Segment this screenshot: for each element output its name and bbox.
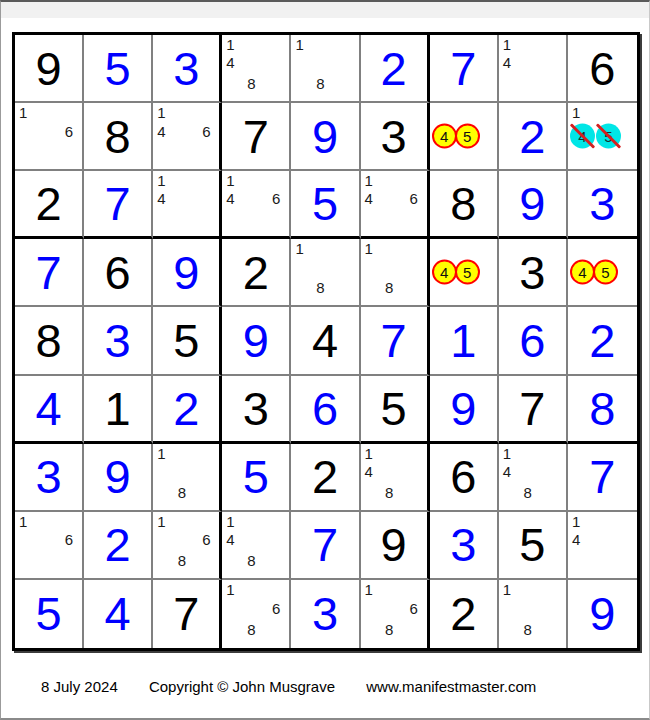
- cell-r4c6[interactable]: 18: [361, 239, 430, 307]
- pencil-mark-6: 6: [272, 191, 280, 206]
- cell-r7c2[interactable]: 9: [84, 444, 153, 512]
- cell-r1c5[interactable]: 18: [291, 35, 360, 103]
- cell-r5c6[interactable]: 7: [361, 307, 430, 375]
- pencil-mark-6: 6: [65, 532, 73, 547]
- cell-r8c4[interactable]: 148: [222, 512, 291, 580]
- solved-digit: 3: [84, 307, 151, 373]
- cell-r9c8[interactable]: 18: [499, 580, 568, 648]
- pencil-mark-8: 8: [524, 485, 532, 500]
- pencil-mark-1: 1: [19, 514, 27, 529]
- cell-r3c5[interactable]: 5: [291, 171, 360, 239]
- cell-r8c6[interactable]: 9: [361, 512, 430, 580]
- solved-digit: 8: [568, 376, 637, 441]
- pencil-mark-8: 8: [385, 622, 393, 637]
- solved-digit: 2: [361, 35, 427, 101]
- solved-digit: 9: [499, 171, 566, 236]
- cell-r4c4[interactable]: 2: [222, 239, 291, 307]
- given-digit: 7: [153, 580, 219, 648]
- pencil-mark-1: 1: [365, 446, 373, 461]
- cell-r6c9[interactable]: 8: [568, 376, 637, 444]
- cell-r1c7[interactable]: 7: [430, 35, 499, 103]
- solved-digit: 7: [361, 307, 427, 373]
- cell-r3c9[interactable]: 3: [568, 171, 637, 239]
- cell-r2c2[interactable]: 8: [84, 103, 153, 171]
- cell-r9c4[interactable]: 168: [222, 580, 291, 648]
- pencil-mark-8: 8: [385, 485, 393, 500]
- cell-r3c6[interactable]: 146: [361, 171, 430, 239]
- cell-r3c7[interactable]: 8: [430, 171, 499, 239]
- cell-r8c8[interactable]: 5: [499, 512, 568, 580]
- solved-digit: 2: [568, 307, 637, 373]
- given-digit: 1: [84, 376, 151, 441]
- cell-r6c1[interactable]: 4: [15, 376, 84, 444]
- cell-r6c6[interactable]: 5: [361, 376, 430, 444]
- cell-r8c1[interactable]: 16: [15, 512, 84, 580]
- pencil-mark-8: 8: [178, 485, 186, 500]
- given-digit: 8: [430, 171, 497, 236]
- pencil-mark-6: 6: [409, 191, 417, 206]
- pencil-mark-1: 1: [157, 105, 165, 120]
- strike-slash-icon: [596, 123, 621, 148]
- given-digit: 3: [222, 376, 289, 441]
- pencil-mark-1: 1: [572, 514, 580, 529]
- solved-digit: 9: [222, 307, 289, 373]
- pencil-mark-1: 1: [503, 582, 511, 597]
- pencil-mark-1: 1: [365, 173, 373, 188]
- pencil-mark-8: 8: [247, 622, 255, 637]
- cell-r7c5[interactable]: 2: [291, 444, 360, 512]
- given-digit: 7: [222, 103, 289, 169]
- given-digit: 4: [291, 307, 358, 373]
- given-digit: 2: [222, 239, 289, 305]
- cell-r4c9[interactable]: 45: [568, 239, 637, 307]
- pencil-mark-1: 1: [365, 241, 373, 256]
- cell-r9c5[interactable]: 3: [291, 580, 360, 648]
- given-digit: 3: [499, 239, 566, 305]
- solved-digit: 3: [291, 580, 358, 648]
- given-digit: 5: [361, 376, 427, 441]
- pencil-mark-8: 8: [385, 280, 393, 295]
- cell-r1c6[interactable]: 2: [361, 35, 430, 103]
- cell-r8c2[interactable]: 2: [84, 512, 153, 580]
- highlighted-candidates: 45: [432, 260, 478, 285]
- given-digit: 3: [361, 103, 427, 169]
- cell-r6c2[interactable]: 1: [84, 376, 153, 444]
- pencil-mark-8: 8: [178, 553, 186, 568]
- pencil-mark-1: 1: [19, 105, 27, 120]
- cell-r1c8[interactable]: 14: [499, 35, 568, 103]
- pencil-mark-4: 4: [157, 191, 165, 206]
- cell-r3c3[interactable]: 14: [153, 171, 222, 239]
- solved-digit: 9: [84, 444, 151, 510]
- pencil-mark-1: 1: [226, 514, 234, 529]
- footer-copyright: Copyright © John Musgrave: [149, 678, 335, 695]
- pencil-mark-6: 6: [272, 601, 280, 616]
- solved-digit: 5: [15, 580, 82, 648]
- cell-r7c8[interactable]: 148: [499, 444, 568, 512]
- given-digit: 7: [499, 376, 566, 441]
- solved-digit: 5: [84, 35, 151, 101]
- cell-r4c1[interactable]: 7: [15, 239, 84, 307]
- solved-digit: 9: [430, 376, 497, 441]
- pencil-mark-6: 6: [202, 124, 210, 139]
- given-digit: 6: [430, 444, 497, 510]
- pencil-mark-1: 1: [157, 514, 165, 529]
- cell-r6c5[interactable]: 6: [291, 376, 360, 444]
- cell-r9c7[interactable]: 2: [430, 580, 499, 648]
- cell-r3c4[interactable]: 146: [222, 171, 291, 239]
- cell-r9c2[interactable]: 4: [84, 580, 153, 648]
- cell-r2c1[interactable]: 16: [15, 103, 84, 171]
- cell-r1c9[interactable]: 6: [568, 35, 637, 103]
- pencil-mark-1: 1: [157, 173, 165, 188]
- pencil-mark-1: 1: [226, 37, 234, 52]
- pencil-mark-4: 4: [503, 55, 511, 70]
- cell-r3c2[interactable]: 7: [84, 171, 153, 239]
- solved-digit: 5: [222, 444, 289, 510]
- pencil-mark-1: 1: [157, 446, 165, 461]
- pencil-mark-1: 1: [295, 37, 303, 52]
- solved-digit: 7: [568, 444, 637, 510]
- cell-r9c3[interactable]: 7: [153, 580, 222, 648]
- given-digit: 2: [430, 580, 497, 648]
- cell-r5c1[interactable]: 8: [15, 307, 84, 375]
- solved-digit: 9: [291, 103, 358, 169]
- cell-r4c5[interactable]: 18: [291, 239, 360, 307]
- highlighted-candidates: 45: [570, 260, 616, 285]
- candidate-4-circled[interactable]: 4: [432, 124, 457, 149]
- cell-r2c3[interactable]: 146: [153, 103, 222, 171]
- highlighted-candidates: 45: [432, 124, 478, 149]
- cell-r6c7[interactable]: 9: [430, 376, 499, 444]
- solved-digit: 1: [430, 307, 497, 373]
- solved-digit: 7: [291, 512, 358, 578]
- candidate-5-circled[interactable]: 5: [455, 124, 480, 149]
- solved-digit: 7: [15, 239, 82, 305]
- solved-digit: 9: [153, 239, 219, 305]
- solved-digit: 4: [84, 580, 151, 648]
- cell-r9c1[interactable]: 5: [15, 580, 84, 648]
- pencil-mark-4: 4: [365, 464, 373, 479]
- pencil-mark-1: 1: [572, 105, 580, 120]
- cell-r1c3[interactable]: 3: [153, 35, 222, 103]
- pencil-mark-4: 4: [226, 191, 234, 206]
- cell-r2c8[interactable]: 2: [499, 103, 568, 171]
- cell-r8c3[interactable]: 168: [153, 512, 222, 580]
- cell-r3c8[interactable]: 9: [499, 171, 568, 239]
- solved-digit: 3: [568, 171, 637, 236]
- pencil-mark-8: 8: [316, 280, 324, 295]
- strike-slash-icon: [570, 123, 595, 148]
- given-digit: 6: [84, 239, 151, 305]
- cell-r5c9[interactable]: 2: [568, 307, 637, 375]
- given-digit: 5: [499, 512, 566, 578]
- solved-digit: 3: [15, 444, 82, 510]
- pencil-mark-6: 6: [409, 601, 417, 616]
- cell-r2c4[interactable]: 7: [222, 103, 291, 171]
- candidate-5-circled[interactable]: 5: [455, 260, 480, 285]
- solved-digit: 7: [430, 35, 497, 101]
- cell-r8c7[interactable]: 3: [430, 512, 499, 580]
- cell-r5c3[interactable]: 5: [153, 307, 222, 375]
- given-digit: 6: [568, 35, 637, 101]
- cell-r8c5[interactable]: 7: [291, 512, 360, 580]
- solved-digit: 6: [291, 376, 358, 441]
- pencil-mark-8: 8: [247, 76, 255, 91]
- pencil-mark-4: 4: [572, 532, 580, 547]
- pencil-mark-1: 1: [503, 446, 511, 461]
- candidate-5-circled[interactable]: 5: [593, 260, 618, 285]
- solved-digit: 6: [499, 307, 566, 373]
- pencil-mark-1: 1: [226, 173, 234, 188]
- solved-digit: 2: [153, 376, 219, 441]
- pencil-mark-4: 4: [226, 55, 234, 70]
- solved-digit: 7: [84, 171, 151, 236]
- given-digit: 2: [291, 444, 358, 510]
- pencil-mark-8: 8: [247, 553, 255, 568]
- cell-r5c4[interactable]: 9: [222, 307, 291, 375]
- footer: 8 July 2024 Copyright © John Musgrave ww…: [41, 678, 536, 695]
- pencil-mark-4: 4: [157, 124, 165, 139]
- given-digit: 2: [15, 171, 82, 236]
- cell-r1c4[interactable]: 148: [222, 35, 291, 103]
- given-digit: 5: [153, 307, 219, 373]
- cell-r5c2[interactable]: 3: [84, 307, 153, 375]
- page-frame: 9531481827146168146793452145271414651468…: [0, 0, 650, 720]
- cell-r8c9[interactable]: 14: [568, 512, 637, 580]
- cell-r3c1[interactable]: 2: [15, 171, 84, 239]
- given-digit: 8: [84, 103, 151, 169]
- given-digit: 9: [361, 512, 427, 578]
- candidate-5-struck[interactable]: 5: [596, 124, 621, 149]
- solved-digit: 3: [430, 512, 497, 578]
- cell-r2c6[interactable]: 3: [361, 103, 430, 171]
- pencil-mark-4: 4: [365, 191, 373, 206]
- candidate-4-struck[interactable]: 4: [570, 124, 595, 149]
- solved-digit: 3: [153, 35, 219, 101]
- cell-r5c7[interactable]: 1: [430, 307, 499, 375]
- footer-date: 8 July 2024: [41, 678, 118, 695]
- cell-r4c2[interactable]: 6: [84, 239, 153, 307]
- cell-r4c8[interactable]: 3: [499, 239, 568, 307]
- cell-r7c7[interactable]: 6: [430, 444, 499, 512]
- cell-r7c1[interactable]: 3: [15, 444, 84, 512]
- given-digit: 8: [15, 307, 82, 373]
- cell-r7c4[interactable]: 5: [222, 444, 291, 512]
- pencil-mark-1: 1: [295, 241, 303, 256]
- cell-r4c3[interactable]: 9: [153, 239, 222, 307]
- solved-digit: 9: [568, 580, 637, 648]
- given-digit: 9: [15, 35, 82, 101]
- footer-website-link[interactable]: www.manifestmaster.com: [366, 678, 536, 695]
- cell-r1c1[interactable]: 9: [15, 35, 84, 103]
- cell-r2c7[interactable]: 45: [430, 103, 499, 171]
- pencil-mark-6: 6: [65, 124, 73, 139]
- window-top-strip: [1, 2, 649, 18]
- solved-digit: 2: [84, 512, 151, 578]
- cell-r6c4[interactable]: 3: [222, 376, 291, 444]
- pencil-mark-8: 8: [524, 622, 532, 637]
- cell-r2c5[interactable]: 9: [291, 103, 360, 171]
- cell-r6c8[interactable]: 7: [499, 376, 568, 444]
- candidate-4-circled[interactable]: 4: [570, 260, 595, 285]
- pencil-mark-6: 6: [202, 532, 210, 547]
- cell-r7c3[interactable]: 18: [153, 444, 222, 512]
- solved-digit: 2: [499, 103, 566, 169]
- sudoku-board[interactable]: 9531481827146168146793452145271414651468…: [12, 32, 640, 651]
- cell-r2c9[interactable]: 145: [568, 103, 637, 171]
- pencil-mark-4: 4: [226, 532, 234, 547]
- solved-digit: 5: [291, 171, 358, 236]
- cell-r9c6[interactable]: 168: [361, 580, 430, 648]
- solved-digit: 4: [15, 376, 82, 441]
- eliminated-candidates: 45: [570, 124, 622, 149]
- cell-r4c7[interactable]: 45: [430, 239, 499, 307]
- pencil-mark-4: 4: [503, 464, 511, 479]
- cell-r5c5[interactable]: 4: [291, 307, 360, 375]
- candidate-4-circled[interactable]: 4: [432, 260, 457, 285]
- pencil-mark-1: 1: [365, 582, 373, 597]
- pencil-mark-1: 1: [503, 37, 511, 52]
- cell-r7c9[interactable]: 7: [568, 444, 637, 512]
- pencil-mark-1: 1: [226, 582, 234, 597]
- cell-r1c2[interactable]: 5: [84, 35, 153, 103]
- cell-r9c9[interactable]: 9: [568, 580, 637, 648]
- cell-r5c8[interactable]: 6: [499, 307, 568, 375]
- cell-r6c3[interactable]: 2: [153, 376, 222, 444]
- pencil-mark-8: 8: [316, 76, 324, 91]
- cell-r7c6[interactable]: 148: [361, 444, 430, 512]
